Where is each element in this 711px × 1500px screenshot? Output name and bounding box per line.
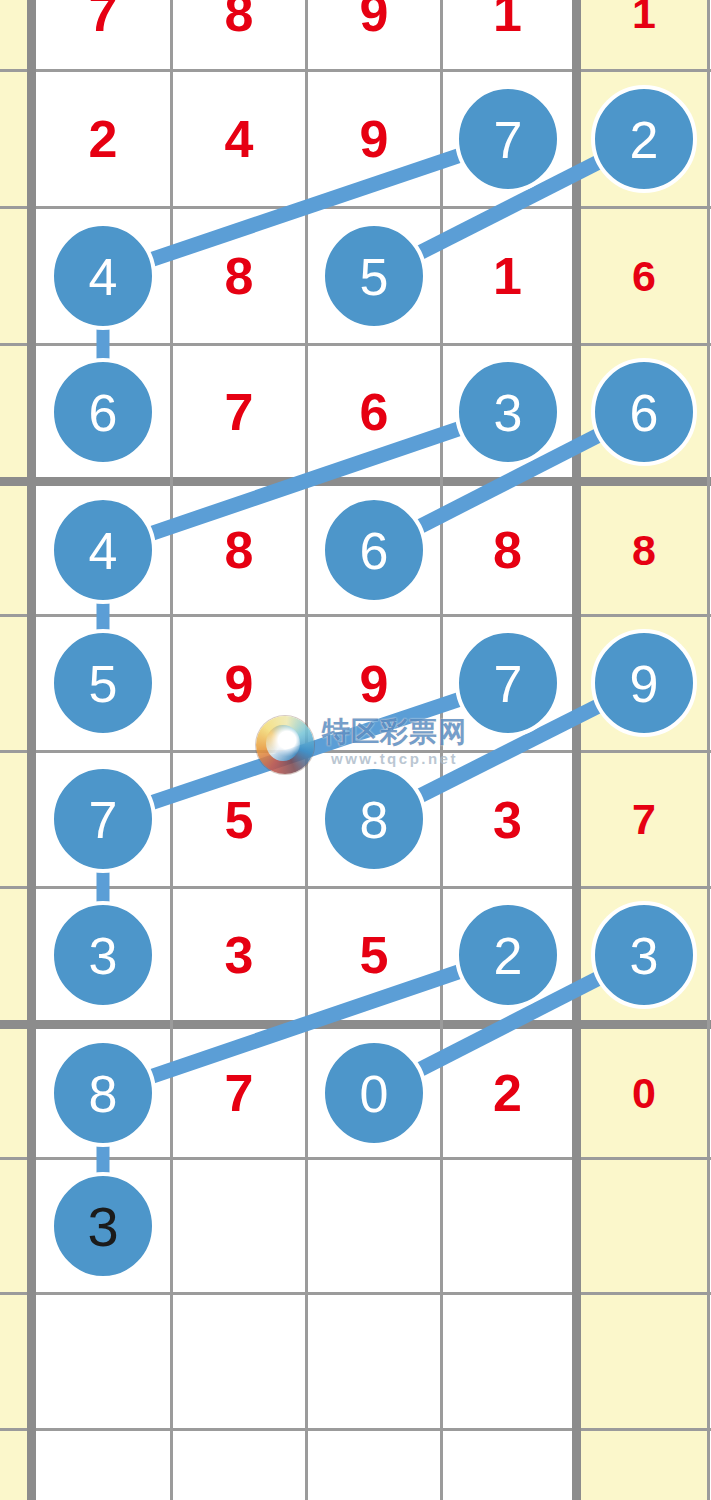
circled-digit: 3 [630,927,659,985]
circled-digit: 0 [360,1065,389,1123]
cell-digit: 1 [443,0,572,81]
cell-digit: 5 [308,889,440,1020]
circled-digit: 6 [360,522,389,580]
circled-digit: 3 [89,927,118,985]
cell-digit: 9 [308,72,440,206]
cell-digit: 6 [308,346,440,477]
circled-digit: 6 [630,384,659,442]
cell-digit: 8 [173,209,305,343]
circled-digit: 4 [89,522,118,580]
circled-digit: 2 [494,927,523,985]
lottery-trend-chart: 72456364657978323803 特区彩票网 www.tqcp.net … [0,0,711,1500]
circled-digit: 5 [89,655,118,713]
cell-digit: 9 [308,617,440,750]
cell-digit: 8 [173,486,305,614]
circled-digit: 7 [494,655,523,713]
cell-digit: 5 [173,753,305,886]
cell-digit: 9 [173,617,305,750]
circled-digit: 8 [89,1065,118,1123]
circled-digit: 4 [89,248,118,306]
cell-digit: 4 [173,72,305,206]
cell-digit: 2 [443,1029,572,1157]
circled-digit: 7 [494,111,523,169]
cell-digit: 7 [36,0,170,81]
cell-digit: 8 [173,0,305,81]
cell-digit: 3 [443,753,572,886]
tail-digit: 6 [581,209,707,343]
tail-digit: 8 [581,486,707,614]
pending-circled-digit: 3 [87,1195,118,1258]
circled-digit: 6 [89,384,118,442]
circled-digit: 7 [89,791,118,849]
tail-digit: 1 [581,0,707,81]
cell-digit: 7 [173,346,305,477]
cell-digit: 9 [308,0,440,81]
circled-digit: 2 [630,111,659,169]
cell-digit: 8 [443,486,572,614]
cell-digit: 3 [173,889,305,1020]
tail-digit: 7 [581,753,707,886]
cell-digit: 1 [443,209,572,343]
circled-digit: 3 [494,384,523,442]
circled-digit: 5 [360,248,389,306]
circled-digit: 9 [630,655,659,713]
tail-digit: 0 [581,1029,707,1157]
circled-digit: 8 [360,791,389,849]
cell-digit: 2 [36,72,170,206]
cell-digit: 7 [173,1029,305,1157]
